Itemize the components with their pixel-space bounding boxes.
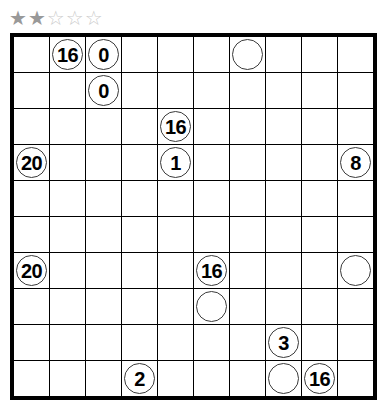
cell-r10c6[interactable] (194, 361, 229, 396)
cell-r4c2[interactable] (50, 145, 85, 180)
cell-r3c5[interactable]: 16 (158, 109, 193, 144)
clue-number: 2 (134, 368, 145, 388)
cell-r1c9[interactable] (302, 37, 337, 72)
cell-r4c8[interactable] (266, 145, 301, 180)
cell-r10c3[interactable] (86, 361, 121, 396)
cell-r1c1[interactable] (14, 37, 49, 72)
empty-circle (232, 39, 263, 70)
clue-circle: 20 (16, 255, 47, 286)
star-filled-icons: ★★ (9, 6, 47, 30)
cell-r7c8[interactable] (266, 253, 301, 288)
cell-r4c9[interactable] (302, 145, 337, 180)
cell-r4c4[interactable] (122, 145, 157, 180)
cell-r7c2[interactable] (50, 253, 85, 288)
clue-number: 0 (98, 44, 109, 64)
cell-r1c6[interactable] (194, 37, 229, 72)
cell-r2c2[interactable] (50, 73, 85, 108)
cell-r10c1[interactable] (14, 361, 49, 396)
cell-r9c5[interactable] (158, 325, 193, 360)
empty-circle (196, 291, 227, 322)
cell-r6c6[interactable] (194, 217, 229, 252)
cell-r5c6[interactable] (194, 181, 229, 216)
cell-r5c5[interactable] (158, 181, 193, 216)
cell-r4c3[interactable] (86, 145, 121, 180)
cell-r10c4[interactable]: 2 (122, 361, 157, 396)
cell-r2c5[interactable] (158, 73, 193, 108)
clue-number: 8 (350, 152, 361, 172)
cell-r9c9[interactable] (302, 325, 337, 360)
cell-r10c8[interactable] (266, 361, 301, 396)
cell-r6c9[interactable] (302, 217, 337, 252)
cell-r6c4[interactable] (122, 217, 157, 252)
cell-r4c1[interactable]: 20 (14, 145, 49, 180)
cell-r5c2[interactable] (50, 181, 85, 216)
clue-number: 3 (278, 332, 289, 352)
cell-r1c3[interactable]: 0 (86, 37, 121, 72)
cell-r8c6[interactable] (194, 289, 229, 324)
cell-r6c3[interactable] (86, 217, 121, 252)
clue-number: 16 (201, 260, 222, 280)
cell-r6c7[interactable] (230, 217, 265, 252)
cell-r2c4[interactable] (122, 73, 157, 108)
cell-r10c5[interactable] (158, 361, 193, 396)
clue-circle: 16 (196, 255, 227, 286)
cell-r3c2[interactable] (50, 109, 85, 144)
cell-r5c3[interactable] (86, 181, 121, 216)
cell-r9c7[interactable] (230, 325, 265, 360)
cell-r2c8[interactable] (266, 73, 301, 108)
difficulty-rating: ★★☆☆☆ (9, 6, 387, 30)
cell-r5c10[interactable] (338, 181, 373, 216)
cell-r8c5[interactable] (158, 289, 193, 324)
cell-r7c1[interactable]: 20 (14, 253, 49, 288)
clue-circle: 16 (304, 363, 335, 394)
cell-r8c3[interactable] (86, 289, 121, 324)
cell-r9c8[interactable]: 3 (266, 325, 301, 360)
cell-r10c7[interactable] (230, 361, 265, 396)
clue-circle: 1 (160, 147, 191, 178)
cell-r3c4[interactable] (122, 109, 157, 144)
cell-r8c10[interactable] (338, 289, 373, 324)
cell-r1c10[interactable] (338, 37, 373, 72)
cell-r3c7[interactable] (230, 109, 265, 144)
cell-r2c1[interactable] (14, 73, 49, 108)
cell-r8c4[interactable] (122, 289, 157, 324)
cell-r4c10[interactable]: 8 (338, 145, 373, 180)
cell-r9c4[interactable] (122, 325, 157, 360)
cell-r9c3[interactable] (86, 325, 121, 360)
clue-number: 16 (309, 368, 330, 388)
cell-r5c1[interactable] (14, 181, 49, 216)
cell-r8c2[interactable] (50, 289, 85, 324)
cell-r2c7[interactable] (230, 73, 265, 108)
cell-r7c6[interactable]: 16 (194, 253, 229, 288)
empty-circle (340, 255, 371, 286)
cell-r1c4[interactable] (122, 37, 157, 72)
clue-number: 20 (21, 152, 42, 172)
clue-number: 1 (170, 152, 181, 172)
clue-circle: 20 (16, 147, 47, 178)
cell-r3c1[interactable] (14, 109, 49, 144)
cell-r10c2[interactable] (50, 361, 85, 396)
cell-r7c10[interactable] (338, 253, 373, 288)
star-empty-icons: ☆☆☆ (47, 6, 104, 30)
cell-r1c7[interactable] (230, 37, 265, 72)
cell-r5c9[interactable] (302, 181, 337, 216)
cell-r9c1[interactable] (14, 325, 49, 360)
cell-r6c5[interactable] (158, 217, 193, 252)
clue-circle: 16 (52, 39, 83, 70)
clue-number: 20 (21, 260, 42, 280)
cell-r1c2[interactable]: 16 (50, 37, 85, 72)
cell-r3c8[interactable] (266, 109, 301, 144)
cell-r6c10[interactable] (338, 217, 373, 252)
cell-r8c8[interactable] (266, 289, 301, 324)
cell-r2c6[interactable] (194, 73, 229, 108)
cell-r2c10[interactable] (338, 73, 373, 108)
cell-r5c7[interactable] (230, 181, 265, 216)
cell-r2c9[interactable] (302, 73, 337, 108)
puzzle-board: 160016201820163216 (10, 33, 377, 400)
clue-circle: 0 (88, 39, 119, 70)
cell-r10c10[interactable] (338, 361, 373, 396)
clue-circle: 8 (340, 147, 371, 178)
cell-r7c7[interactable] (230, 253, 265, 288)
clue-circle: 3 (268, 327, 299, 358)
cell-r8c9[interactable] (302, 289, 337, 324)
cell-r7c4[interactable] (122, 253, 157, 288)
cell-r8c7[interactable] (230, 289, 265, 324)
cell-r3c3[interactable] (86, 109, 121, 144)
cell-r5c4[interactable] (122, 181, 157, 216)
cell-r3c9[interactable] (302, 109, 337, 144)
cell-r9c10[interactable] (338, 325, 373, 360)
cell-r9c6[interactable] (194, 325, 229, 360)
cell-r7c3[interactable] (86, 253, 121, 288)
cell-r7c9[interactable] (302, 253, 337, 288)
cell-r2c3[interactable]: 0 (86, 73, 121, 108)
cell-r6c2[interactable] (50, 217, 85, 252)
cell-r9c2[interactable] (50, 325, 85, 360)
clue-circle: 0 (88, 75, 119, 106)
cell-r4c6[interactable] (194, 145, 229, 180)
cell-r1c8[interactable] (266, 37, 301, 72)
clue-circle: 16 (160, 111, 191, 142)
cell-r4c7[interactable] (230, 145, 265, 180)
cell-r7c5[interactable] (158, 253, 193, 288)
clue-circle: 2 (124, 363, 155, 394)
cell-r6c8[interactable] (266, 217, 301, 252)
cell-r10c9[interactable]: 16 (302, 361, 337, 396)
cell-r3c10[interactable] (338, 109, 373, 144)
clue-number: 0 (98, 80, 109, 100)
cell-r4c5[interactable]: 1 (158, 145, 193, 180)
cell-r8c1[interactable] (14, 289, 49, 324)
cell-r5c8[interactable] (266, 181, 301, 216)
empty-circle (268, 363, 299, 394)
cell-r3c6[interactable] (194, 109, 229, 144)
clue-number: 16 (165, 116, 186, 136)
clue-number: 16 (57, 44, 78, 64)
cell-r6c1[interactable] (14, 217, 49, 252)
cell-r1c5[interactable] (158, 37, 193, 72)
